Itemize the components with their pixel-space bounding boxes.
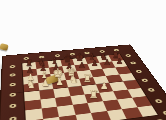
frame-ornament-icon [156,119,165,120]
frame-ornament-icon [113,49,119,52]
frame-ornament-icon [135,70,142,73]
frame-ornament-icon [10,65,15,68]
frame-ornament-icon [141,78,148,82]
frame-ornament-icon [99,50,105,53]
frame-ornament-icon [10,83,16,87]
frame-ornament-icon [24,57,29,60]
frame-ornament-icon [10,93,16,97]
frame-ornament-icon [54,54,60,57]
frame-ornament-icon [147,88,155,92]
frame-ornament-icon [10,116,17,120]
chess-set-photo: ♜♞♝♛♚♝♞♜♟♟♟♟♟♟♟♟♟♝♚♛♞♟♟♞♜♟♜ [0,0,166,120]
frame-ornament-icon [10,104,17,109]
frame-ornament-icon [162,111,166,116]
frame-ornament-icon [154,99,162,103]
board-grid [21,54,159,120]
frame-ornament-icon [125,54,131,57]
frame-ornament-icon [70,53,76,56]
board-case [0,44,166,120]
frame-ornament-icon [130,62,137,65]
frame-ornament-icon [84,51,90,54]
frame-ornament-icon [39,56,44,59]
brass-hinge-icon [0,43,9,51]
frame-ornament-icon [10,73,16,76]
